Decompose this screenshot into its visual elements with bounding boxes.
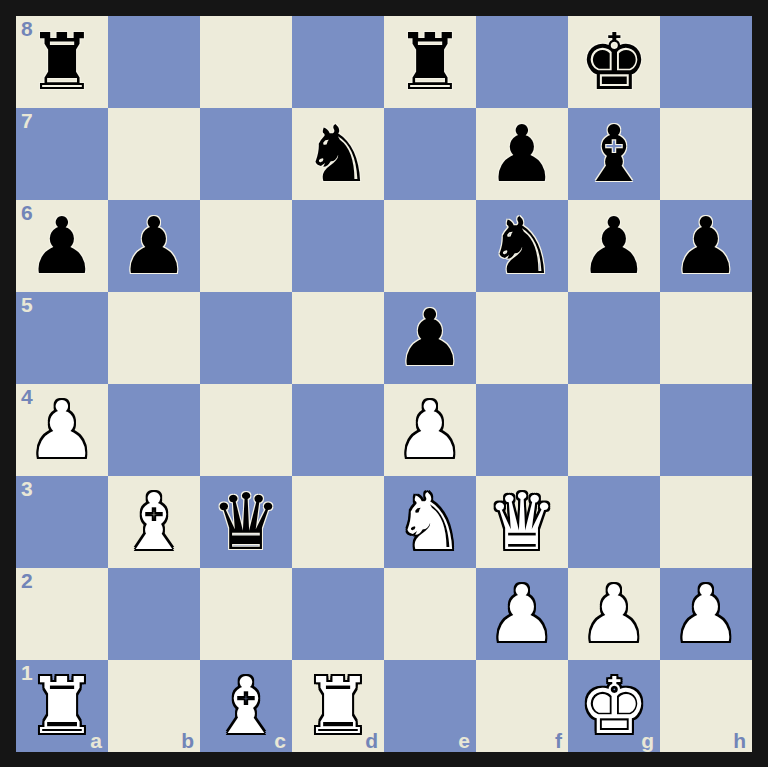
square-c2[interactable] [200,568,292,660]
square-d8[interactable] [292,16,384,108]
square-g3[interactable] [568,476,660,568]
square-d5[interactable] [292,292,384,384]
square-f7[interactable]: ♟ [476,108,568,200]
square-g1[interactable]: g♚ [568,660,660,752]
square-b5[interactable] [108,292,200,384]
square-e1[interactable]: e [384,660,476,752]
square-f3[interactable]: ♛ [476,476,568,568]
square-h4[interactable] [660,384,752,476]
piece-white-pawn[interactable]: ♟ [384,384,476,476]
square-d3[interactable] [292,476,384,568]
square-c5[interactable] [200,292,292,384]
file-label: b [181,729,194,752]
square-g8[interactable]: ♚ [568,16,660,108]
piece-black-king[interactable]: ♚ [568,16,660,108]
square-d1[interactable]: d♜ [292,660,384,752]
square-b4[interactable] [108,384,200,476]
square-a2[interactable]: 2 [16,568,108,660]
square-g4[interactable] [568,384,660,476]
square-d6[interactable] [292,200,384,292]
square-g2[interactable]: ♟ [568,568,660,660]
square-a8[interactable]: 8♜ [16,16,108,108]
square-c6[interactable] [200,200,292,292]
file-label: e [458,729,470,752]
piece-black-knight[interactable]: ♞ [292,108,384,200]
square-a6[interactable]: 6♟ [16,200,108,292]
square-e3[interactable]: ♞ [384,476,476,568]
piece-black-rook[interactable]: ♜ [16,16,108,108]
square-c1[interactable]: c♝ [200,660,292,752]
piece-black-knight[interactable]: ♞ [476,200,568,292]
square-a5[interactable]: 5 [16,292,108,384]
rank-label: 7 [21,109,33,132]
square-b1[interactable]: b [108,660,200,752]
rank-label: 3 [21,477,33,500]
piece-white-bishop[interactable]: ♝ [200,660,292,752]
square-h3[interactable] [660,476,752,568]
square-h2[interactable]: ♟ [660,568,752,660]
square-f2[interactable]: ♟ [476,568,568,660]
rank-label: 5 [21,293,33,316]
square-d2[interactable] [292,568,384,660]
piece-white-pawn[interactable]: ♟ [476,568,568,660]
square-h7[interactable] [660,108,752,200]
square-f1[interactable]: f [476,660,568,752]
piece-white-queen[interactable]: ♛ [476,476,568,568]
square-c3[interactable]: ♛ [200,476,292,568]
piece-white-king[interactable]: ♚ [568,660,660,752]
piece-white-bishop[interactable]: ♝ [108,476,200,568]
piece-white-pawn[interactable]: ♟ [568,568,660,660]
piece-black-pawn[interactable]: ♟ [568,200,660,292]
square-a7[interactable]: 7 [16,108,108,200]
square-e4[interactable]: ♟ [384,384,476,476]
square-g7[interactable]: ♝ [568,108,660,200]
square-e2[interactable] [384,568,476,660]
square-h1[interactable]: h [660,660,752,752]
square-h5[interactable] [660,292,752,384]
piece-white-rook[interactable]: ♜ [16,660,108,752]
square-g5[interactable] [568,292,660,384]
square-b7[interactable] [108,108,200,200]
square-b8[interactable] [108,16,200,108]
square-b6[interactable]: ♟ [108,200,200,292]
piece-black-pawn[interactable]: ♟ [384,292,476,384]
square-f4[interactable] [476,384,568,476]
square-d7[interactable]: ♞ [292,108,384,200]
piece-white-rook[interactable]: ♜ [292,660,384,752]
piece-black-pawn[interactable]: ♟ [660,200,752,292]
piece-white-pawn[interactable]: ♟ [660,568,752,660]
file-label: h [733,729,746,752]
piece-black-pawn[interactable]: ♟ [16,200,108,292]
piece-black-pawn[interactable]: ♟ [108,200,200,292]
square-f8[interactable] [476,16,568,108]
square-d4[interactable] [292,384,384,476]
square-f5[interactable] [476,292,568,384]
square-b3[interactable]: ♝ [108,476,200,568]
square-a1[interactable]: 1a♜ [16,660,108,752]
square-a4[interactable]: 4♟ [16,384,108,476]
square-c7[interactable] [200,108,292,200]
piece-black-pawn[interactable]: ♟ [476,108,568,200]
square-c4[interactable] [200,384,292,476]
square-h8[interactable] [660,16,752,108]
square-e7[interactable] [384,108,476,200]
chessboard: 8♜♜♚7♞♟♝6♟♟♞♟♟5♟4♟♟3♝♛♞♛2♟♟♟1a♜bc♝d♜efg♚… [16,16,752,752]
square-g6[interactable]: ♟ [568,200,660,292]
square-a3[interactable]: 3 [16,476,108,568]
square-e8[interactable]: ♜ [384,16,476,108]
board-frame: 8♜♜♚7♞♟♝6♟♟♞♟♟5♟4♟♟3♝♛♞♛2♟♟♟1a♜bc♝d♜efg♚… [0,0,768,767]
file-label: f [555,729,562,752]
square-h6[interactable]: ♟ [660,200,752,292]
piece-white-knight[interactable]: ♞ [384,476,476,568]
piece-black-queen[interactable]: ♛ [200,476,292,568]
square-c8[interactable] [200,16,292,108]
square-e5[interactable]: ♟ [384,292,476,384]
piece-black-bishop[interactable]: ♝ [568,108,660,200]
square-e6[interactable] [384,200,476,292]
piece-white-pawn[interactable]: ♟ [16,384,108,476]
rank-label: 2 [21,569,33,592]
square-b2[interactable] [108,568,200,660]
square-f6[interactable]: ♞ [476,200,568,292]
piece-black-rook[interactable]: ♜ [384,16,476,108]
